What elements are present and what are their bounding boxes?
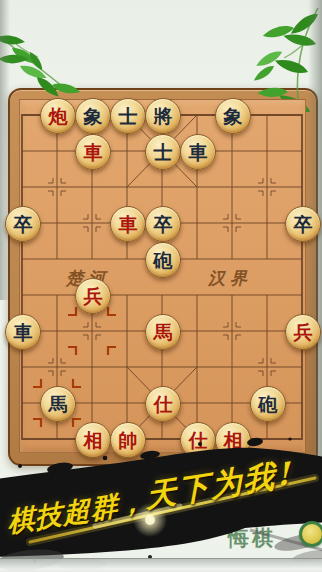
piece-black-soldier[interactable]: 卒 (5, 206, 41, 242)
piece-red-chariot[interactable]: 車 (75, 134, 111, 170)
piece-red-elephant[interactable]: 相 (215, 422, 251, 458)
piece-black-cannon[interactable]: 砲 (145, 242, 181, 278)
piece-black-cannon[interactable]: 砲 (250, 386, 286, 422)
bottom-bar (0, 558, 322, 572)
piece-black-elephant[interactable]: 象 (215, 98, 251, 134)
piece-black-advisor[interactable]: 士 (145, 134, 181, 170)
piece-red-horse[interactable]: 馬 (145, 314, 181, 350)
piece-red-general[interactable]: 帥 (110, 422, 146, 458)
piece-red-advisor[interactable]: 仕 (180, 422, 216, 458)
coin-button[interactable] (299, 521, 322, 547)
piece-black-soldier[interactable]: 卒 (145, 206, 181, 242)
piece-red-soldier[interactable]: 兵 (75, 278, 111, 314)
piece-black-general[interactable]: 將 (145, 98, 181, 134)
piece-red-soldier[interactable]: 兵 (285, 314, 321, 350)
piece-red-chariot[interactable]: 車 (110, 206, 146, 242)
piece-red-elephant[interactable]: 相 (75, 422, 111, 458)
app-screen: 楚河 汉界 炮象士將象車士車卒車卒卒砲兵車馬兵馬仕砲相帥仕相 悔棋 (0, 0, 322, 572)
piece-red-cannon[interactable]: 炮 (40, 98, 76, 134)
piece-black-chariot[interactable]: 車 (5, 314, 41, 350)
piece-black-horse[interactable]: 馬 (40, 386, 76, 422)
piece-black-chariot[interactable]: 車 (180, 134, 216, 170)
undo-button[interactable]: 悔棋 (228, 524, 276, 552)
piece-black-elephant[interactable]: 象 (75, 98, 111, 134)
piece-red-advisor[interactable]: 仕 (145, 386, 181, 422)
piece-black-soldier[interactable]: 卒 (285, 206, 321, 242)
piece-black-advisor[interactable]: 士 (110, 98, 146, 134)
